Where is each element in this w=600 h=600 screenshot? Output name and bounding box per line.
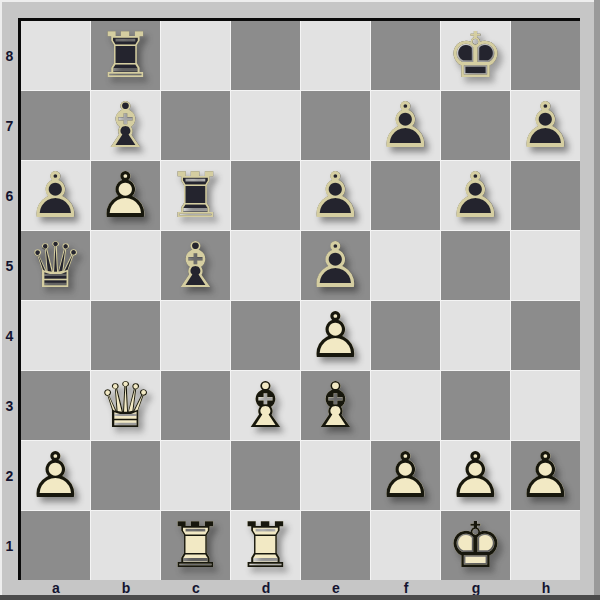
square-a8[interactable]: [21, 21, 90, 90]
white-pawn[interactable]: ♟♙: [371, 441, 440, 510]
square-b5[interactable]: [91, 231, 160, 300]
white-bishop-outline: ♗: [237, 371, 293, 440]
file-label-e: e: [301, 582, 371, 596]
square-d6[interactable]: [231, 161, 300, 230]
square-a7[interactable]: [21, 91, 90, 160]
square-h4[interactable]: [511, 301, 580, 370]
white-queen-outline: ♕: [97, 371, 153, 440]
white-rook[interactable]: ♜♖: [161, 511, 230, 580]
square-h3[interactable]: [511, 371, 580, 440]
black-bishop-outline: ♗: [167, 231, 223, 300]
square-h6[interactable]: [511, 161, 580, 230]
square-f4[interactable]: [371, 301, 440, 370]
square-a6[interactable]: ♟♙: [21, 161, 90, 230]
square-e6[interactable]: ♟♙: [301, 161, 370, 230]
file-label-d: d: [231, 582, 301, 596]
white-king[interactable]: ♚♔: [441, 511, 510, 580]
white-pawn-outline: ♙: [27, 441, 83, 510]
rank-label-8: 8: [2, 21, 17, 91]
black-bishop-outline: ♗: [97, 91, 153, 160]
black-bishop[interactable]: ♝♗: [161, 231, 230, 300]
white-pawn[interactable]: ♟♙: [441, 441, 510, 510]
bevel-shadow-right: [594, 0, 600, 600]
white-pawn-outline: ♙: [517, 441, 573, 510]
rank-label-6: 6: [2, 161, 17, 231]
square-h5[interactable]: [511, 231, 580, 300]
chess-board: ♜♖♚♔♝♗♟♙♟♙♟♙♟♙♜♖♟♙♟♙♛♕♝♗♟♙♟♙♛♕♝♗♝♗♟♙♟♙♟♙…: [21, 21, 580, 580]
black-queen[interactable]: ♛♕: [21, 231, 90, 300]
square-c1[interactable]: ♜♖: [161, 511, 230, 580]
square-h1[interactable]: [511, 511, 580, 580]
square-g7[interactable]: [441, 91, 510, 160]
black-king-outline: ♔: [447, 21, 503, 90]
rank-label-5: 5: [2, 231, 17, 301]
square-h7[interactable]: ♟♙: [511, 91, 580, 160]
square-f1[interactable]: [371, 511, 440, 580]
white-pawn[interactable]: ♟♙: [91, 161, 160, 230]
black-bishop[interactable]: ♝♗: [91, 91, 160, 160]
square-a4[interactable]: [21, 301, 90, 370]
black-pawn-outline: ♙: [377, 91, 433, 160]
white-pawn-outline: ♙: [307, 301, 363, 370]
white-queen[interactable]: ♛♕: [91, 371, 160, 440]
black-pawn[interactable]: ♟♙: [301, 231, 370, 300]
square-d8[interactable]: [231, 21, 300, 90]
square-b8[interactable]: ♜♖: [91, 21, 160, 90]
rank-label-4: 4: [2, 301, 17, 371]
square-c4[interactable]: [161, 301, 230, 370]
file-label-c: c: [161, 582, 231, 596]
black-pawn[interactable]: ♟♙: [441, 161, 510, 230]
square-c3[interactable]: [161, 371, 230, 440]
square-e3[interactable]: ♝♗: [301, 371, 370, 440]
bevel-highlight-top: [0, 0, 600, 2]
square-e2[interactable]: [301, 441, 370, 510]
square-d4[interactable]: [231, 301, 300, 370]
black-pawn-outline: ♙: [27, 161, 83, 230]
square-e7[interactable]: [301, 91, 370, 160]
black-pawn-outline: ♙: [447, 161, 503, 230]
square-f3[interactable]: [371, 371, 440, 440]
black-pawn[interactable]: ♟♙: [301, 161, 370, 230]
black-rook-outline: ♖: [167, 161, 223, 230]
square-a3[interactable]: [21, 371, 90, 440]
square-b3[interactable]: ♛♕: [91, 371, 160, 440]
square-f6[interactable]: [371, 161, 440, 230]
white-pawn[interactable]: ♟♙: [511, 441, 580, 510]
square-h8[interactable]: [511, 21, 580, 90]
square-c7[interactable]: [161, 91, 230, 160]
white-rook-outline: ♖: [237, 511, 293, 580]
file-label-b: b: [91, 582, 161, 596]
square-c5[interactable]: ♝♗: [161, 231, 230, 300]
square-g3[interactable]: [441, 371, 510, 440]
file-label-f: f: [371, 582, 441, 596]
square-b6[interactable]: ♟♙: [91, 161, 160, 230]
square-g1[interactable]: ♚♔: [441, 511, 510, 580]
square-b7[interactable]: ♝♗: [91, 91, 160, 160]
square-c2[interactable]: [161, 441, 230, 510]
square-e1[interactable]: [301, 511, 370, 580]
square-c8[interactable]: [161, 21, 230, 90]
square-c6[interactable]: ♜♖: [161, 161, 230, 230]
rank-label-3: 3: [2, 371, 17, 441]
black-rook-outline: ♖: [97, 21, 153, 90]
square-d2[interactable]: [231, 441, 300, 510]
square-b4[interactable]: [91, 301, 160, 370]
square-a2[interactable]: ♟♙: [21, 441, 90, 510]
black-pawn[interactable]: ♟♙: [21, 161, 90, 230]
white-rook[interactable]: ♜♖: [231, 511, 300, 580]
white-pawn[interactable]: ♟♙: [21, 441, 90, 510]
square-e5[interactable]: ♟♙: [301, 231, 370, 300]
white-pawn-outline: ♙: [447, 441, 503, 510]
square-g6[interactable]: ♟♙: [441, 161, 510, 230]
square-e4[interactable]: ♟♙: [301, 301, 370, 370]
square-h2[interactable]: ♟♙: [511, 441, 580, 510]
bevel-shadow-bottom: [0, 595, 600, 600]
square-a1[interactable]: [21, 511, 90, 580]
square-f7[interactable]: ♟♙: [371, 91, 440, 160]
white-pawn-outline: ♙: [377, 441, 433, 510]
white-rook-outline: ♖: [167, 511, 223, 580]
square-g2[interactable]: ♟♙: [441, 441, 510, 510]
file-label-g: g: [441, 582, 511, 596]
black-rook[interactable]: ♜♖: [91, 21, 160, 90]
square-b1[interactable]: [91, 511, 160, 580]
black-pawn[interactable]: ♟♙: [511, 91, 580, 160]
rank-label-2: 2: [2, 441, 17, 511]
square-g8[interactable]: ♚♔: [441, 21, 510, 90]
black-king[interactable]: ♚♔: [441, 21, 510, 90]
black-rook[interactable]: ♜♖: [161, 161, 230, 230]
rank-label-1: 1: [2, 511, 17, 581]
black-pawn[interactable]: ♟♙: [371, 91, 440, 160]
board-frame: ♜♖♚♔♝♗♟♙♟♙♟♙♟♙♜♖♟♙♟♙♛♕♝♗♟♙♟♙♛♕♝♗♝♗♟♙♟♙♟♙…: [18, 18, 580, 580]
white-bishop[interactable]: ♝♗: [231, 371, 300, 440]
white-king-outline: ♔: [447, 511, 503, 580]
chess-diagram: ♜♖♚♔♝♗♟♙♟♙♟♙♟♙♜♖♟♙♟♙♛♕♝♗♟♙♟♙♛♕♝♗♝♗♟♙♟♙♟♙…: [0, 0, 600, 600]
square-f8[interactable]: [371, 21, 440, 90]
white-pawn[interactable]: ♟♙: [301, 301, 370, 370]
square-f5[interactable]: [371, 231, 440, 300]
file-label-a: a: [21, 582, 91, 596]
square-a5[interactable]: ♛♕: [21, 231, 90, 300]
white-bishop-outline: ♗: [307, 371, 363, 440]
black-pawn-outline: ♙: [307, 161, 363, 230]
square-b2[interactable]: [91, 441, 160, 510]
square-d3[interactable]: ♝♗: [231, 371, 300, 440]
white-pawn-outline: ♙: [97, 161, 153, 230]
square-d1[interactable]: ♜♖: [231, 511, 300, 580]
square-f2[interactable]: ♟♙: [371, 441, 440, 510]
square-d7[interactable]: [231, 91, 300, 160]
file-label-h: h: [511, 582, 581, 596]
square-d5[interactable]: [231, 231, 300, 300]
black-queen-outline: ♕: [27, 231, 83, 300]
black-pawn-outline: ♙: [307, 231, 363, 300]
square-g4[interactable]: [441, 301, 510, 370]
white-bishop[interactable]: ♝♗: [301, 371, 370, 440]
square-e8[interactable]: [301, 21, 370, 90]
black-pawn-outline: ♙: [517, 91, 573, 160]
rank-label-7: 7: [2, 91, 17, 161]
square-g5[interactable]: [441, 231, 510, 300]
bevel-highlight-left: [0, 0, 2, 600]
